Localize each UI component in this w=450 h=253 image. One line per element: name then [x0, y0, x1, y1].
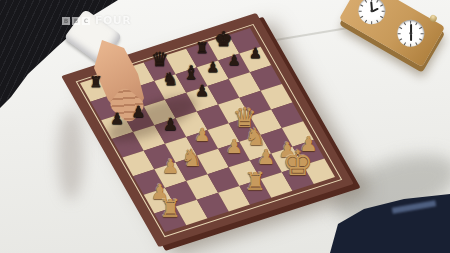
channel-watermark: B B C FOUR: [62, 14, 131, 27]
chess-clock: [339, 0, 445, 67]
clock-dial-left: [353, 0, 390, 29]
tv-frame: ♜♛♜♚♞♝♟♟♟♟♟♟♟♟♛♟♞♟♞♟♟♟♟♜♜♚ B B C FOUR: [0, 0, 450, 253]
channel-name: FOUR: [95, 14, 131, 27]
bbc-block-1: B: [62, 17, 70, 25]
clock-body: [339, 0, 445, 67]
clock-dial-right: [392, 15, 429, 52]
bbc-block-2: B: [72, 17, 80, 25]
bbc-block-3: C: [82, 17, 90, 25]
board-shadow: [58, 110, 84, 200]
clock-button-right: [428, 14, 438, 24]
